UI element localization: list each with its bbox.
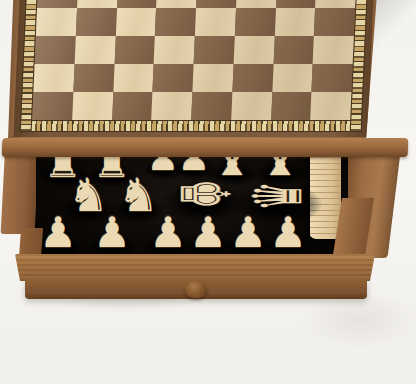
square-a2 bbox=[33, 64, 74, 92]
square-b4 bbox=[76, 8, 117, 36]
drawer-interior: ♜♜♟♟♝♝♞♞♚♛♟♟♟♟♟♟ bbox=[36, 150, 348, 258]
square-c2 bbox=[113, 64, 154, 92]
piece-pawn: ♟ bbox=[91, 212, 133, 254]
square-e1 bbox=[191, 92, 232, 120]
square-g3 bbox=[273, 36, 314, 64]
square-h1 bbox=[310, 92, 351, 120]
square-c1 bbox=[112, 92, 153, 120]
square-c5 bbox=[117, 0, 158, 8]
square-c3 bbox=[114, 36, 155, 64]
square-e5 bbox=[196, 0, 237, 8]
piece-king: ♚ bbox=[169, 177, 239, 211]
square-d5 bbox=[156, 0, 197, 8]
square-g2 bbox=[272, 64, 313, 92]
square-h3 bbox=[313, 36, 354, 64]
background-smudge bbox=[300, 290, 416, 350]
square-g1 bbox=[271, 92, 312, 120]
piece-pawn: ♟ bbox=[37, 212, 79, 254]
square-b2 bbox=[73, 64, 114, 92]
square-a3 bbox=[35, 36, 76, 64]
piece-pawn: ♟ bbox=[267, 212, 309, 254]
board-squares bbox=[32, 0, 360, 120]
king-glyph: ♚ bbox=[170, 179, 237, 209]
square-b1 bbox=[72, 92, 113, 120]
square-h5 bbox=[315, 0, 356, 8]
square-a4 bbox=[36, 8, 77, 36]
mosaic-border-bottom bbox=[20, 120, 363, 132]
piece-pawn: ♟ bbox=[147, 212, 189, 254]
square-a5 bbox=[37, 0, 78, 8]
piece-pawn: ♟ bbox=[187, 212, 229, 254]
square-c4 bbox=[115, 8, 156, 36]
square-f3 bbox=[233, 36, 274, 64]
drawer-left-wall bbox=[19, 228, 43, 258]
chess-board bbox=[4, 0, 388, 144]
square-h4 bbox=[314, 8, 355, 36]
scene: ♜♜♟♟♝♝♞♞♚♛♟♟♟♟♟♟ bbox=[0, 0, 416, 384]
piece-pawn: ♟ bbox=[227, 212, 269, 254]
square-a1 bbox=[32, 92, 73, 120]
square-g4 bbox=[274, 8, 315, 36]
square-f5 bbox=[236, 0, 277, 8]
square-d2 bbox=[153, 64, 194, 92]
square-d1 bbox=[151, 92, 192, 120]
square-e2 bbox=[192, 64, 233, 92]
square-f1 bbox=[231, 92, 272, 120]
square-d4 bbox=[155, 8, 196, 36]
square-g5 bbox=[276, 0, 317, 8]
square-e3 bbox=[194, 36, 235, 64]
square-d3 bbox=[154, 36, 195, 64]
drawer-knob bbox=[185, 281, 207, 298]
board-walnut-margin bbox=[13, 0, 378, 137]
square-f2 bbox=[232, 64, 273, 92]
drawer-top-edge bbox=[15, 254, 375, 281]
square-h2 bbox=[312, 64, 353, 92]
square-f4 bbox=[235, 8, 276, 36]
box-left-frame bbox=[1, 150, 39, 234]
queen-glyph: ♛ bbox=[244, 181, 311, 211]
board-box-front-edge bbox=[2, 138, 408, 157]
square-b3 bbox=[74, 36, 115, 64]
square-b5 bbox=[77, 0, 118, 8]
square-e4 bbox=[195, 8, 236, 36]
